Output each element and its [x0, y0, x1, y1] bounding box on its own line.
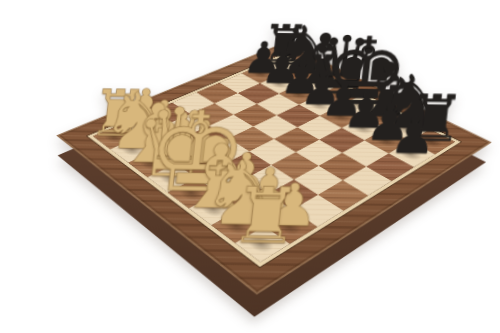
chess-set-photo: ♜♞♝♛♚♝♞♜♟♟♟♟♟♟♟♟♟♟♟♟♟♟♟♟♜♞♝♛♚♝♞♜: [0, 0, 500, 333]
black-pawn: ♟: [388, 110, 440, 162]
chess-board: ♜♞♝♛♚♝♞♜♟♟♟♟♟♟♟♟♟♟♟♟♟♟♟♟♜♞♝♛♚♝♞♜: [56, 42, 492, 295]
square-h5: [343, 167, 392, 196]
square-h1: ♜: [235, 226, 289, 262]
board-perspective-wrapper: ♜♞♝♛♚♝♞♜♟♟♟♟♟♟♟♟♟♟♟♟♟♟♟♟♜♞♝♛♚♝♞♜: [0, 0, 500, 333]
square-h4: [318, 180, 368, 211]
squares-grid: ♜♞♝♛♚♝♞♜♟♟♟♟♟♟♟♟♟♟♟♟♟♟♟♟♜♞♝♛♚♝♞♜: [87, 54, 460, 267]
white-rook: ♜: [227, 177, 305, 255]
